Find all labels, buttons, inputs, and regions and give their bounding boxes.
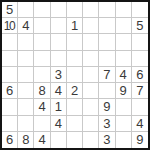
cell-r8c4[interactable]: 4 bbox=[51, 116, 67, 132]
cell-r7c8[interactable] bbox=[116, 99, 132, 115]
cell-r3c2[interactable] bbox=[18, 34, 34, 50]
cell-r7c5[interactable] bbox=[67, 99, 83, 115]
cell-r1c9[interactable] bbox=[132, 2, 148, 18]
cell-r6c7[interactable] bbox=[99, 83, 115, 99]
cell-r7c2[interactable] bbox=[18, 99, 34, 115]
cell-r8c7[interactable]: 3 bbox=[99, 116, 115, 132]
cell-r4c5[interactable] bbox=[67, 51, 83, 67]
cell-r9c5[interactable] bbox=[67, 132, 83, 148]
cell-r9c3[interactable]: 4 bbox=[34, 132, 50, 148]
cell-r2c5[interactable]: 1 bbox=[67, 18, 83, 34]
cell-r6c8[interactable]: 9 bbox=[116, 83, 132, 99]
cell-r3c1[interactable] bbox=[2, 34, 18, 50]
cell-r6c5[interactable]: 2 bbox=[67, 83, 83, 99]
cell-r9c6[interactable] bbox=[83, 132, 99, 148]
cell-r9c1[interactable]: 6 bbox=[2, 132, 18, 148]
cell-r3c5[interactable] bbox=[67, 34, 83, 50]
cell-r6c1[interactable]: 6 bbox=[2, 83, 18, 99]
cell-r5c8[interactable]: 4 bbox=[116, 67, 132, 83]
cell-r8c1[interactable] bbox=[2, 116, 18, 132]
cell-r4c4[interactable] bbox=[51, 51, 67, 67]
cell-r1c2[interactable] bbox=[18, 2, 34, 18]
cell-r3c8[interactable] bbox=[116, 34, 132, 50]
cell-r5c3[interactable] bbox=[34, 67, 50, 83]
cell-r4c3[interactable] bbox=[34, 51, 50, 67]
cell-r2c6[interactable] bbox=[83, 18, 99, 34]
cell-r5c5[interactable] bbox=[67, 67, 83, 83]
cell-r8c3[interactable] bbox=[34, 116, 50, 132]
cell-r1c6[interactable] bbox=[83, 2, 99, 18]
cell-r2c2[interactable]: 4 bbox=[18, 18, 34, 34]
cell-r4c1[interactable] bbox=[2, 51, 18, 67]
cell-r5c9[interactable]: 6 bbox=[132, 67, 148, 83]
cell-r6c9[interactable]: 7 bbox=[132, 83, 148, 99]
cell-r6c3[interactable]: 8 bbox=[34, 83, 50, 99]
cell-r9c7[interactable]: 3 bbox=[99, 132, 115, 148]
cell-r9c2[interactable]: 8 bbox=[18, 132, 34, 148]
cell-r2c1[interactable]: 10 bbox=[2, 18, 18, 34]
cell-r9c4[interactable] bbox=[51, 132, 67, 148]
cell-r2c4[interactable] bbox=[51, 18, 67, 34]
cell-r8c2[interactable] bbox=[18, 116, 34, 132]
cell-r7c1[interactable] bbox=[2, 99, 18, 115]
cell-r2c7[interactable] bbox=[99, 18, 115, 34]
cell-r6c6[interactable] bbox=[83, 83, 99, 99]
cell-r7c4[interactable]: 1 bbox=[51, 99, 67, 115]
cell-r7c3[interactable]: 4 bbox=[34, 99, 50, 115]
cell-r4c9[interactable] bbox=[132, 51, 148, 67]
cell-r6c4[interactable]: 4 bbox=[51, 83, 67, 99]
cell-r4c6[interactable] bbox=[83, 51, 99, 67]
cell-r7c7[interactable]: 9 bbox=[99, 99, 115, 115]
cell-r8c9[interactable]: 4 bbox=[132, 116, 148, 132]
cell-r3c3[interactable] bbox=[34, 34, 50, 50]
puzzle-board: 510415374668429741943468439 bbox=[0, 0, 150, 150]
cell-r4c2[interactable] bbox=[18, 51, 34, 67]
cell-r1c7[interactable] bbox=[99, 2, 115, 18]
cell-r3c6[interactable] bbox=[83, 34, 99, 50]
cell-r9c9[interactable]: 9 bbox=[132, 132, 148, 148]
cell-r2c8[interactable] bbox=[116, 18, 132, 34]
cell-r1c1[interactable]: 5 bbox=[2, 2, 18, 18]
cell-r2c3[interactable] bbox=[34, 18, 50, 34]
cell-r1c4[interactable] bbox=[51, 2, 67, 18]
cell-r4c7[interactable] bbox=[99, 51, 115, 67]
cell-r8c6[interactable] bbox=[83, 116, 99, 132]
cell-r7c9[interactable] bbox=[132, 99, 148, 115]
cell-r7c6[interactable] bbox=[83, 99, 99, 115]
cell-r5c1[interactable] bbox=[2, 67, 18, 83]
cell-r3c4[interactable] bbox=[51, 34, 67, 50]
cell-r1c5[interactable] bbox=[67, 2, 83, 18]
cell-r5c7[interactable]: 7 bbox=[99, 67, 115, 83]
cell-r1c8[interactable] bbox=[116, 2, 132, 18]
cell-r1c3[interactable] bbox=[34, 2, 50, 18]
cell-r4c8[interactable] bbox=[116, 51, 132, 67]
cell-r3c7[interactable] bbox=[99, 34, 115, 50]
cell-r2c9[interactable]: 5 bbox=[132, 18, 148, 34]
cell-r8c8[interactable] bbox=[116, 116, 132, 132]
puzzle-grid: 510415374668429741943468439 bbox=[2, 2, 148, 148]
cell-r5c6[interactable] bbox=[83, 67, 99, 83]
cell-r3c9[interactable] bbox=[132, 34, 148, 50]
cell-r6c2[interactable] bbox=[18, 83, 34, 99]
cell-r5c4[interactable]: 3 bbox=[51, 67, 67, 83]
cell-r9c8[interactable] bbox=[116, 132, 132, 148]
cell-r8c5[interactable] bbox=[67, 116, 83, 132]
cell-r5c2[interactable] bbox=[18, 67, 34, 83]
